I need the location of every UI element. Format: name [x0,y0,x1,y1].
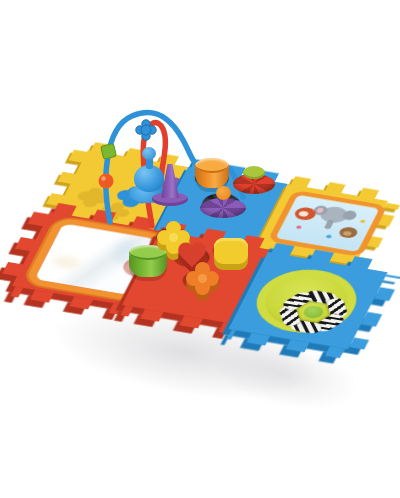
gear-saucer [200,198,246,218]
panel-teeth [121,306,234,334]
spinner-hub [301,305,325,320]
spindle-cone [161,164,179,198]
panel-teeth [349,275,400,350]
bead-highlight [101,176,105,180]
spinner-disc[interactable] [244,263,369,340]
purple-orange-gear[interactable] [200,186,246,218]
gear-knob [216,186,231,200]
top-knob [142,147,156,160]
orange-round-bead[interactable] [99,174,114,189]
peg-top [129,245,167,260]
green-cylinder-peg[interactable] [129,245,167,277]
confetti-dot [326,235,333,239]
flower-center [169,233,178,242]
green-cube-bead[interactable] [101,143,117,159]
orange-flower-peg[interactable] [192,268,212,288]
gear-top [243,166,265,179]
yellow-square-peg[interactable] [214,238,248,264]
mirror-reflection [51,254,82,270]
confetti-dot [359,219,366,223]
purple-cone-spindle[interactable] [152,164,188,206]
orange-spool-gear[interactable] [195,158,229,188]
red-heart-peg[interactable] [176,242,208,269]
gear-top [195,158,229,173]
product-photo [0,0,400,498]
confetti-dot [296,225,303,229]
flower-center [198,274,207,283]
panel-teeth [227,330,345,359]
